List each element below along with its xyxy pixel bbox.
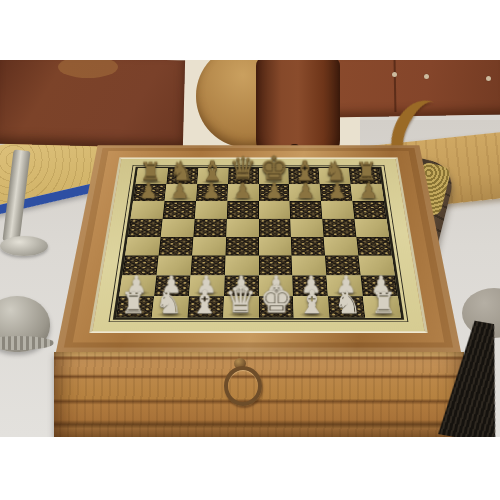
square-d4[interactable] bbox=[225, 237, 258, 256]
square-a5[interactable] bbox=[128, 219, 163, 237]
square-b1[interactable]: ♞ bbox=[152, 296, 189, 318]
square-d6[interactable] bbox=[227, 201, 259, 218]
piece-white-bishop[interactable]: ♝ bbox=[191, 286, 220, 318]
metal-bevel: ♜♞♝♛♚♝♞♜♟♟♟♟♟♟♟♟♟♟♟♟♟♟♟♟♜♞♝♛♚♝♞♜ bbox=[89, 158, 428, 334]
piece-black-pawn[interactable]: ♟ bbox=[265, 180, 284, 201]
square-e5[interactable] bbox=[259, 219, 292, 237]
square-a4[interactable] bbox=[125, 237, 160, 256]
piece-black-pawn[interactable]: ♟ bbox=[139, 180, 158, 201]
drawer-ring-pull[interactable] bbox=[224, 366, 262, 406]
square-f5[interactable] bbox=[290, 219, 323, 237]
square-g5[interactable] bbox=[322, 219, 356, 237]
square-a7[interactable]: ♟ bbox=[133, 184, 166, 201]
piece-white-knight[interactable]: ♞ bbox=[156, 287, 184, 318]
piece-white-knight[interactable]: ♞ bbox=[334, 287, 362, 318]
pinstripe-inner: ♜♞♝♛♚♝♞♜♟♟♟♟♟♟♟♟♟♟♟♟♟♟♟♟♜♞♝♛♚♝♞♜ bbox=[113, 167, 404, 320]
square-c6[interactable] bbox=[195, 201, 228, 218]
silver-candlestick-base bbox=[0, 236, 48, 256]
square-f4[interactable] bbox=[291, 237, 325, 256]
screw-icon bbox=[486, 76, 491, 81]
square-h1[interactable]: ♜ bbox=[363, 296, 401, 318]
square-g1[interactable]: ♞ bbox=[328, 296, 365, 318]
square-a1[interactable]: ♜ bbox=[116, 296, 154, 318]
screenshot: ♜♞♝♛♚♝♞♜♟♟♟♟♟♟♟♟♟♟♟♟♟♟♟♟♜♞♝♛♚♝♞♜ bbox=[0, 0, 500, 500]
square-h6[interactable] bbox=[353, 201, 387, 218]
photo-of-chess-set: ♜♞♝♛♚♝♞♜♟♟♟♟♟♟♟♟♟♟♟♟♟♟♟♟♜♞♝♛♚♝♞♜ bbox=[0, 60, 500, 437]
square-b4[interactable] bbox=[158, 237, 193, 256]
square-c7[interactable]: ♟ bbox=[196, 184, 228, 201]
square-a6[interactable] bbox=[131, 201, 165, 218]
square-b6[interactable] bbox=[163, 201, 196, 218]
square-b5[interactable] bbox=[161, 219, 195, 237]
square-e6[interactable] bbox=[259, 201, 291, 218]
piece-black-pawn[interactable]: ♟ bbox=[171, 180, 190, 201]
square-e1[interactable]: ♚ bbox=[259, 296, 295, 318]
piece-black-pawn[interactable]: ♟ bbox=[296, 180, 315, 201]
square-f1[interactable]: ♝ bbox=[293, 296, 329, 318]
square-f7[interactable]: ♟ bbox=[289, 184, 321, 201]
wood-frame: ♜♞♝♛♚♝♞♜♟♟♟♟♟♟♟♟♟♟♟♟♟♟♟♟♜♞♝♛♚♝♞♜ bbox=[56, 145, 461, 352]
square-c5[interactable] bbox=[193, 219, 226, 237]
piece-black-pawn[interactable]: ♟ bbox=[233, 180, 252, 201]
square-g6[interactable] bbox=[321, 201, 354, 218]
piece-white-rook[interactable]: ♜ bbox=[121, 289, 147, 318]
square-c4[interactable] bbox=[192, 237, 226, 256]
square-h5[interactable] bbox=[354, 219, 389, 237]
square-d7[interactable]: ♟ bbox=[227, 184, 258, 201]
pinstripe-outer: ♜♞♝♛♚♝♞♜♟♟♟♟♟♟♟♟♟♟♟♟♟♟♟♟♜♞♝♛♚♝♞♜ bbox=[109, 165, 409, 322]
square-e4[interactable] bbox=[259, 237, 292, 256]
brass-board-margin: ♜♞♝♛♚♝♞♜♟♟♟♟♟♟♟♟♟♟♟♟♟♟♟♟♜♞♝♛♚♝♞♜ bbox=[92, 159, 424, 331]
piece-black-pawn[interactable]: ♟ bbox=[202, 180, 221, 201]
square-d1[interactable]: ♛ bbox=[223, 296, 259, 318]
board: ♜♞♝♛♚♝♞♜♟♟♟♟♟♟♟♟♟♟♟♟♟♟♟♟♜♞♝♛♚♝♞♜ bbox=[116, 168, 401, 318]
piece-white-queen[interactable]: ♛ bbox=[225, 282, 257, 318]
square-b7[interactable]: ♟ bbox=[164, 184, 197, 201]
square-c1[interactable]: ♝ bbox=[187, 296, 223, 318]
square-g4[interactable] bbox=[324, 237, 359, 256]
screw-icon bbox=[424, 74, 429, 79]
square-d5[interactable] bbox=[226, 219, 259, 237]
piece-white-rook[interactable]: ♜ bbox=[370, 289, 396, 318]
piece-black-pawn[interactable]: ♟ bbox=[359, 180, 378, 201]
square-h7[interactable]: ♟ bbox=[351, 184, 384, 201]
screw-icon bbox=[392, 72, 397, 77]
square-h4[interactable] bbox=[356, 237, 391, 256]
piece-white-king[interactable]: ♚ bbox=[259, 280, 293, 318]
square-f6[interactable] bbox=[290, 201, 323, 218]
piece-white-bishop[interactable]: ♝ bbox=[298, 286, 327, 318]
square-g7[interactable]: ♟ bbox=[320, 184, 353, 201]
piece-black-pawn[interactable]: ♟ bbox=[327, 180, 346, 201]
square-e7[interactable]: ♟ bbox=[259, 184, 290, 201]
